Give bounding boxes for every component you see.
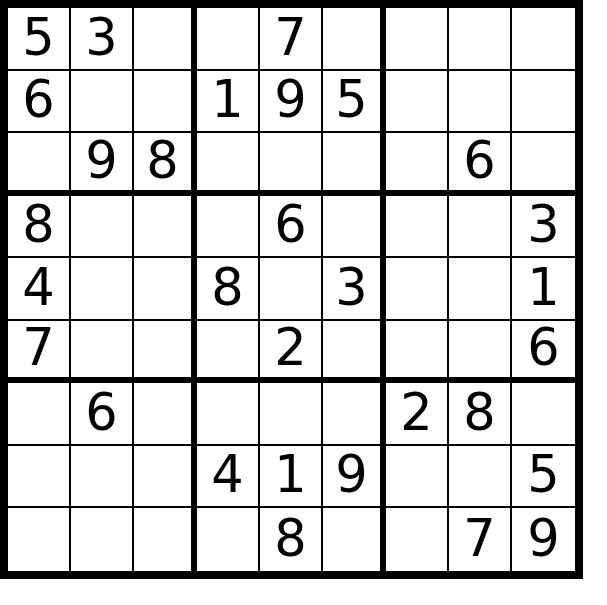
cell-r8c6[interactable]: 9 — [323, 446, 386, 509]
cell-r1c7[interactable] — [386, 8, 449, 71]
cell-r8c1[interactable] — [8, 446, 71, 509]
cell-r8c2[interactable] — [71, 446, 134, 509]
cell-r9c3[interactable] — [134, 508, 197, 571]
given-digit: 7 — [22, 322, 54, 373]
cell-r2c8[interactable] — [449, 71, 512, 134]
given-digit: 9 — [85, 135, 117, 186]
given-digit: 6 — [527, 322, 559, 373]
cell-r1c1[interactable]: 5 — [8, 8, 71, 71]
given-digit: 8 — [463, 387, 495, 438]
cell-r6c3[interactable] — [134, 321, 197, 384]
cell-r4c1[interactable]: 8 — [8, 196, 71, 259]
cell-r1c2[interactable]: 3 — [71, 8, 134, 71]
given-digit: 6 — [274, 199, 306, 250]
cell-r8c5[interactable]: 1 — [260, 446, 323, 509]
cell-r6c6[interactable] — [323, 321, 386, 384]
cell-r2c2[interactable] — [71, 71, 134, 134]
given-digit: 3 — [335, 262, 367, 313]
cell-r7c5[interactable] — [260, 383, 323, 446]
cell-r3c2[interactable]: 9 — [71, 133, 134, 196]
given-digit: 9 — [335, 449, 367, 500]
cell-r3c6[interactable] — [323, 133, 386, 196]
cell-r2c9[interactable] — [512, 71, 575, 134]
cell-r7c6[interactable] — [323, 383, 386, 446]
cell-r1c8[interactable] — [449, 8, 512, 71]
cell-r9c4[interactable] — [197, 508, 260, 571]
cell-r7c8[interactable]: 8 — [449, 383, 512, 446]
cell-r3c4[interactable] — [197, 133, 260, 196]
cell-r6c2[interactable] — [71, 321, 134, 384]
cell-r4c2[interactable] — [71, 196, 134, 259]
cell-r7c9[interactable] — [512, 383, 575, 446]
sudoku-board: 537619598686348317266284195879 — [0, 0, 583, 579]
cell-r5c8[interactable] — [449, 258, 512, 321]
cell-r1c4[interactable] — [197, 8, 260, 71]
cell-r7c3[interactable] — [134, 383, 197, 446]
given-digit: 1 — [274, 449, 306, 500]
cell-r2c6[interactable]: 5 — [323, 71, 386, 134]
given-digit: 1 — [211, 74, 243, 125]
given-digit: 3 — [527, 199, 559, 250]
given-digit: 8 — [146, 135, 178, 186]
given-digit: 7 — [463, 513, 495, 564]
given-digit: 2 — [400, 387, 432, 438]
cell-r1c9[interactable] — [512, 8, 575, 71]
cell-r9c1[interactable] — [8, 508, 71, 571]
cell-r9c5[interactable]: 8 — [260, 508, 323, 571]
cell-r2c4[interactable]: 1 — [197, 71, 260, 134]
cell-r7c7[interactable]: 2 — [386, 383, 449, 446]
given-digit: 6 — [22, 74, 54, 125]
cell-r8c3[interactable] — [134, 446, 197, 509]
cell-r4c3[interactable] — [134, 196, 197, 259]
cell-r3c7[interactable] — [386, 133, 449, 196]
cell-r9c7[interactable] — [386, 508, 449, 571]
cell-r3c1[interactable] — [8, 133, 71, 196]
cell-r8c4[interactable]: 4 — [197, 446, 260, 509]
given-digit: 8 — [22, 199, 54, 250]
cell-r8c7[interactable] — [386, 446, 449, 509]
given-digit: 7 — [274, 12, 306, 63]
cell-r6c7[interactable] — [386, 321, 449, 384]
page: 537619598686348317266284195879 — [0, 0, 607, 605]
cell-r5c4[interactable]: 8 — [197, 258, 260, 321]
cell-r8c9[interactable]: 5 — [512, 446, 575, 509]
cell-r1c6[interactable] — [323, 8, 386, 71]
cell-r5c7[interactable] — [386, 258, 449, 321]
given-digit: 2 — [274, 322, 306, 373]
cell-r9c9[interactable]: 9 — [512, 508, 575, 571]
cell-r5c1[interactable]: 4 — [8, 258, 71, 321]
cell-r1c3[interactable] — [134, 8, 197, 71]
cell-r7c4[interactable] — [197, 383, 260, 446]
cell-r3c9[interactable] — [512, 133, 575, 196]
given-digit: 1 — [527, 262, 559, 313]
cell-r2c5[interactable]: 9 — [260, 71, 323, 134]
given-digit: 5 — [22, 12, 54, 63]
cell-r5c6[interactable]: 3 — [323, 258, 386, 321]
given-digit: 6 — [85, 387, 117, 438]
cell-r4c8[interactable] — [449, 196, 512, 259]
cell-r5c3[interactable] — [134, 258, 197, 321]
cell-r4c6[interactable] — [323, 196, 386, 259]
cell-r2c7[interactable] — [386, 71, 449, 134]
cell-r9c2[interactable] — [71, 508, 134, 571]
given-digit: 5 — [335, 74, 367, 125]
cell-r7c1[interactable] — [8, 383, 71, 446]
cell-r9c6[interactable] — [323, 508, 386, 571]
given-digit: 5 — [527, 449, 559, 500]
cell-r6c4[interactable] — [197, 321, 260, 384]
cell-r5c5[interactable] — [260, 258, 323, 321]
cell-r8c8[interactable] — [449, 446, 512, 509]
given-digit: 3 — [85, 12, 117, 63]
cell-r4c7[interactable] — [386, 196, 449, 259]
cell-r4c9[interactable]: 3 — [512, 196, 575, 259]
cell-r6c5[interactable]: 2 — [260, 321, 323, 384]
cell-r3c3[interactable]: 8 — [134, 133, 197, 196]
given-digit: 6 — [463, 135, 495, 186]
cell-r6c8[interactable] — [449, 321, 512, 384]
given-digit: 9 — [274, 74, 306, 125]
cell-r7c2[interactable]: 6 — [71, 383, 134, 446]
cell-r9c8[interactable]: 7 — [449, 508, 512, 571]
cell-r5c9[interactable]: 1 — [512, 258, 575, 321]
given-digit: 4 — [211, 449, 243, 500]
given-digit: 8 — [211, 262, 243, 313]
given-digit: 8 — [274, 513, 306, 564]
cell-r4c4[interactable] — [197, 196, 260, 259]
cell-r1c5[interactable]: 7 — [260, 8, 323, 71]
cell-r6c9[interactable]: 6 — [512, 321, 575, 384]
cell-r2c1[interactable]: 6 — [8, 71, 71, 134]
cell-r3c8[interactable]: 6 — [449, 133, 512, 196]
cell-r6c1[interactable]: 7 — [8, 321, 71, 384]
cell-r5c2[interactable] — [71, 258, 134, 321]
given-digit: 9 — [527, 513, 559, 564]
cell-r4c5[interactable]: 6 — [260, 196, 323, 259]
cell-r2c3[interactable] — [134, 71, 197, 134]
given-digit: 4 — [22, 262, 54, 313]
cell-r3c5[interactable] — [260, 133, 323, 196]
